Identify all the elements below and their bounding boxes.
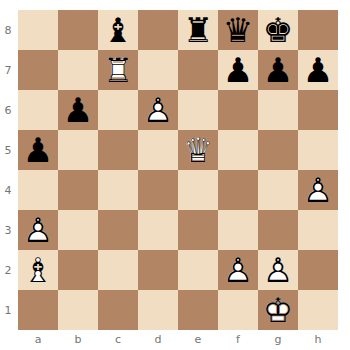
- square-c6[interactable]: [98, 90, 138, 130]
- square-h2[interactable]: [298, 250, 338, 290]
- square-h4[interactable]: ♟♙: [298, 170, 338, 210]
- piece-white-pawn[interactable]: ♟♙: [218, 250, 258, 290]
- square-h5[interactable]: [298, 130, 338, 170]
- square-b3[interactable]: [58, 210, 98, 250]
- square-h3[interactable]: [298, 210, 338, 250]
- file-label-c: c: [98, 330, 138, 348]
- piece-solid-layer: ♜: [178, 10, 218, 50]
- rank-label-1: 1: [0, 290, 16, 330]
- piece-black-rook[interactable]: ♜: [178, 10, 218, 50]
- piece-black-king[interactable]: ♚: [258, 10, 298, 50]
- square-a7[interactable]: [18, 50, 58, 90]
- square-e4[interactable]: [178, 170, 218, 210]
- square-h7[interactable]: ♟: [298, 50, 338, 90]
- square-h8[interactable]: [298, 10, 338, 50]
- square-e6[interactable]: [178, 90, 218, 130]
- rank-label-3: 3: [0, 210, 16, 250]
- piece-solid-layer: ♟: [18, 130, 58, 170]
- square-g4[interactable]: [258, 170, 298, 210]
- piece-black-bishop[interactable]: ♝: [98, 10, 138, 50]
- square-f3[interactable]: [218, 210, 258, 250]
- square-c7[interactable]: ♜♖: [98, 50, 138, 90]
- square-a6[interactable]: [18, 90, 58, 130]
- piece-white-pawn[interactable]: ♟♙: [258, 250, 298, 290]
- rank-label-7: 7: [0, 50, 16, 90]
- square-g5[interactable]: [258, 130, 298, 170]
- piece-solid-layer: ♟: [58, 90, 98, 130]
- piece-black-pawn[interactable]: ♟: [258, 50, 298, 90]
- file-label-h: h: [298, 330, 338, 348]
- file-label-e: e: [178, 330, 218, 348]
- square-f6[interactable]: [218, 90, 258, 130]
- square-d4[interactable]: [138, 170, 178, 210]
- square-e7[interactable]: [178, 50, 218, 90]
- piece-white-bishop[interactable]: ♝♗: [18, 250, 58, 290]
- square-h1[interactable]: [298, 290, 338, 330]
- square-a2[interactable]: ♝♗: [18, 250, 58, 290]
- rank-label-4: 4: [0, 170, 16, 210]
- square-d5[interactable]: [138, 130, 178, 170]
- square-d6[interactable]: ♟♙: [138, 90, 178, 130]
- piece-white-rook[interactable]: ♜♖: [98, 50, 138, 90]
- file-label-d: d: [138, 330, 178, 348]
- piece-solid-layer: ♟: [258, 50, 298, 90]
- piece-black-pawn[interactable]: ♟: [218, 50, 258, 90]
- piece-outline-layer: ♙: [298, 170, 338, 210]
- square-d1[interactable]: [138, 290, 178, 330]
- square-f1[interactable]: [218, 290, 258, 330]
- square-d2[interactable]: [138, 250, 178, 290]
- square-f4[interactable]: [218, 170, 258, 210]
- rank-label-8: 8: [0, 10, 16, 50]
- file-label-f: f: [218, 330, 258, 348]
- square-h6[interactable]: [298, 90, 338, 130]
- piece-black-pawn[interactable]: ♟: [298, 50, 338, 90]
- piece-white-queen[interactable]: ♛♕: [178, 130, 218, 170]
- square-f2[interactable]: ♟♙: [218, 250, 258, 290]
- square-g2[interactable]: ♟♙: [258, 250, 298, 290]
- square-e5[interactable]: ♛♕: [178, 130, 218, 170]
- piece-solid-layer: ♟: [298, 50, 338, 90]
- square-g6[interactable]: [258, 90, 298, 130]
- square-b7[interactable]: [58, 50, 98, 90]
- file-label-a: a: [18, 330, 58, 348]
- square-c1[interactable]: [98, 290, 138, 330]
- rank-label-5: 5: [0, 130, 16, 170]
- piece-white-pawn[interactable]: ♟♙: [18, 210, 58, 250]
- square-a1[interactable]: [18, 290, 58, 330]
- square-f5[interactable]: [218, 130, 258, 170]
- square-b4[interactable]: [58, 170, 98, 210]
- square-d7[interactable]: [138, 50, 178, 90]
- piece-outline-layer: ♖: [98, 50, 138, 90]
- piece-white-pawn[interactable]: ♟♙: [298, 170, 338, 210]
- piece-outline-layer: ♔: [258, 290, 298, 330]
- file-label-g: g: [258, 330, 298, 348]
- chess-board: ♝♜♛♚♜♖♟♟♟♟♟♙♟♛♕♟♙♟♙♝♗♟♙♟♙♚♔: [18, 10, 338, 330]
- square-g3[interactable]: [258, 210, 298, 250]
- piece-outline-layer: ♙: [258, 250, 298, 290]
- rank-label-6: 6: [0, 90, 16, 130]
- square-f8[interactable]: ♛: [218, 10, 258, 50]
- piece-black-queen[interactable]: ♛: [218, 10, 258, 50]
- piece-outline-layer: ♙: [138, 90, 178, 130]
- piece-solid-layer: ♚: [258, 10, 298, 50]
- square-e8[interactable]: ♜: [178, 10, 218, 50]
- square-b5[interactable]: [58, 130, 98, 170]
- square-e3[interactable]: [178, 210, 218, 250]
- square-g1[interactable]: ♚♔: [258, 290, 298, 330]
- rank-labels: 87654321: [0, 10, 18, 330]
- piece-outline-layer: ♙: [218, 250, 258, 290]
- square-a3[interactable]: ♟♙: [18, 210, 58, 250]
- square-a5[interactable]: ♟: [18, 130, 58, 170]
- square-c3[interactable]: [98, 210, 138, 250]
- file-labels: abcdefgh: [18, 330, 338, 350]
- square-g7[interactable]: ♟: [258, 50, 298, 90]
- square-g8[interactable]: ♚: [258, 10, 298, 50]
- square-a8[interactable]: [18, 10, 58, 50]
- square-d3[interactable]: [138, 210, 178, 250]
- square-a4[interactable]: [18, 170, 58, 210]
- piece-outline-layer: ♗: [18, 250, 58, 290]
- file-label-b: b: [58, 330, 98, 348]
- square-e1[interactable]: [178, 290, 218, 330]
- square-c8[interactable]: ♝: [98, 10, 138, 50]
- piece-outline-layer: ♙: [18, 210, 58, 250]
- square-d8[interactable]: [138, 10, 178, 50]
- square-b2[interactable]: [58, 250, 98, 290]
- chess-board-page: 87654321 ♝♜♛♚♜♖♟♟♟♟♟♙♟♛♕♟♙♟♙♝♗♟♙♟♙♚♔ abc…: [0, 0, 350, 350]
- square-e2[interactable]: [178, 250, 218, 290]
- piece-black-pawn[interactable]: ♟: [58, 90, 98, 130]
- piece-solid-layer: ♝: [98, 10, 138, 50]
- square-c4[interactable]: [98, 170, 138, 210]
- square-f7[interactable]: ♟: [218, 50, 258, 90]
- square-c5[interactable]: [98, 130, 138, 170]
- piece-black-pawn[interactable]: ♟: [18, 130, 58, 170]
- square-b6[interactable]: ♟: [58, 90, 98, 130]
- piece-white-pawn[interactable]: ♟♙: [138, 90, 178, 130]
- piece-outline-layer: ♕: [178, 130, 218, 170]
- square-b8[interactable]: [58, 10, 98, 50]
- rank-label-2: 2: [0, 250, 16, 290]
- piece-solid-layer: ♟: [218, 50, 258, 90]
- piece-solid-layer: ♛: [218, 10, 258, 50]
- square-c2[interactable]: [98, 250, 138, 290]
- square-b1[interactable]: [58, 290, 98, 330]
- piece-white-king[interactable]: ♚♔: [258, 290, 298, 330]
